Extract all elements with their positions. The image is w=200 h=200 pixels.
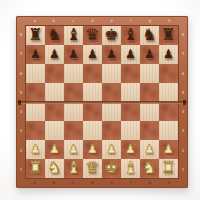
square-h7[interactable]: ♟: [159, 45, 178, 64]
square-e7[interactable]: ♟: [102, 45, 121, 64]
square-b8[interactable]: ♞: [45, 26, 64, 45]
piece-black-knight[interactable]: ♞: [142, 27, 156, 43]
square-h4[interactable]: [159, 102, 178, 121]
piece-white-pawn[interactable]: ♟: [144, 143, 155, 155]
square-h5[interactable]: [159, 83, 178, 102]
square-a1[interactable]: ♜: [26, 159, 45, 178]
coord-label: c: [64, 179, 83, 187]
square-f3[interactable]: [121, 121, 140, 140]
square-f4[interactable]: [121, 102, 140, 121]
square-a6[interactable]: [26, 64, 45, 83]
square-b7[interactable]: ♟: [45, 45, 64, 64]
piece-white-pawn[interactable]: ♟: [49, 143, 60, 155]
square-h1[interactable]: ♜: [159, 159, 178, 178]
square-a7[interactable]: ♟: [26, 45, 45, 64]
hinge-icon: [18, 100, 21, 105]
square-d6[interactable]: [83, 64, 102, 83]
piece-white-bishop[interactable]: ♝: [66, 160, 80, 176]
piece-white-pawn[interactable]: ♟: [106, 143, 117, 155]
piece-black-pawn[interactable]: ♟: [87, 48, 98, 60]
chess-board: abcdefgh abcdefgh 87654321 87654321 ♜♞♝♛…: [16, 16, 188, 188]
square-g8[interactable]: ♞: [140, 26, 159, 45]
coord-label: a: [25, 179, 44, 187]
square-h3[interactable]: [159, 121, 178, 140]
square-c8[interactable]: ♝: [64, 26, 83, 45]
square-e4[interactable]: [102, 102, 121, 121]
coord-label: 1: [179, 160, 187, 179]
square-f1[interactable]: ♝: [121, 159, 140, 178]
square-e5[interactable]: [102, 83, 121, 102]
piece-white-rook[interactable]: ♜: [161, 160, 175, 176]
square-c7[interactable]: ♟: [64, 45, 83, 64]
coord-label: f: [121, 179, 140, 187]
square-c5[interactable]: [64, 83, 83, 102]
square-c6[interactable]: [64, 64, 83, 83]
square-g2[interactable]: ♟: [140, 140, 159, 159]
piece-black-knight[interactable]: ♞: [47, 27, 61, 43]
piece-black-pawn[interactable]: ♟: [144, 48, 155, 60]
square-h8[interactable]: ♜: [159, 26, 178, 45]
square-h2[interactable]: ♟: [159, 140, 178, 159]
piece-white-pawn[interactable]: ♟: [68, 143, 79, 155]
piece-white-pawn[interactable]: ♟: [125, 143, 136, 155]
piece-white-king[interactable]: ♚: [104, 160, 118, 176]
square-a5[interactable]: [26, 83, 45, 102]
square-b5[interactable]: [45, 83, 64, 102]
piece-black-pawn[interactable]: ♟: [30, 48, 41, 60]
square-c3[interactable]: [64, 121, 83, 140]
coord-label: 2: [17, 141, 25, 160]
piece-black-king[interactable]: ♚: [104, 27, 118, 43]
piece-black-pawn[interactable]: ♟: [163, 48, 174, 60]
coord-label: 8: [179, 25, 187, 44]
square-d3[interactable]: [83, 121, 102, 140]
piece-white-knight[interactable]: ♞: [142, 160, 156, 176]
coord-label: 8: [17, 25, 25, 44]
square-f7[interactable]: ♟: [121, 45, 140, 64]
square-e6[interactable]: [102, 64, 121, 83]
square-g7[interactable]: ♟: [140, 45, 159, 64]
piece-black-bishop[interactable]: ♝: [66, 27, 80, 43]
square-c1[interactable]: ♝: [64, 159, 83, 178]
square-a2[interactable]: ♟: [26, 140, 45, 159]
square-a8[interactable]: ♜: [26, 26, 45, 45]
coord-label: e: [102, 179, 121, 187]
coord-label: 6: [179, 64, 187, 83]
square-d1[interactable]: ♛: [83, 159, 102, 178]
piece-black-pawn[interactable]: ♟: [68, 48, 79, 60]
hinge-icon: [183, 100, 186, 105]
square-g3[interactable]: [140, 121, 159, 140]
coord-label: 3: [179, 121, 187, 140]
coord-label: 2: [179, 141, 187, 160]
fold-seam: [17, 101, 187, 104]
square-a3[interactable]: [26, 121, 45, 140]
piece-white-bishop[interactable]: ♝: [123, 160, 137, 176]
square-g4[interactable]: [140, 102, 159, 121]
square-f5[interactable]: [121, 83, 140, 102]
piece-white-pawn[interactable]: ♟: [163, 143, 174, 155]
square-d5[interactable]: [83, 83, 102, 102]
square-e2[interactable]: ♟: [102, 140, 121, 159]
coord-label: h: [160, 179, 179, 187]
square-d2[interactable]: ♟: [83, 140, 102, 159]
square-d4[interactable]: [83, 102, 102, 121]
piece-black-pawn[interactable]: ♟: [106, 48, 117, 60]
coord-label: 7: [179, 44, 187, 63]
square-e3[interactable]: [102, 121, 121, 140]
square-g6[interactable]: [140, 64, 159, 83]
square-f2[interactable]: ♟: [121, 140, 140, 159]
piece-black-pawn[interactable]: ♟: [125, 48, 136, 60]
square-g5[interactable]: [140, 83, 159, 102]
file-labels-bottom: abcdefgh: [25, 179, 179, 187]
piece-black-bishop[interactable]: ♝: [123, 27, 137, 43]
piece-white-rook[interactable]: ♜: [28, 160, 42, 176]
square-h6[interactable]: [159, 64, 178, 83]
photo-background: abcdefgh abcdefgh 87654321 87654321 ♜♞♝♛…: [0, 0, 200, 200]
piece-white-pawn[interactable]: ♟: [30, 143, 41, 155]
square-f8[interactable]: ♝: [121, 26, 140, 45]
piece-black-pawn[interactable]: ♟: [49, 48, 60, 60]
coord-label: 3: [17, 121, 25, 140]
square-b2[interactable]: ♟: [45, 140, 64, 159]
square-b3[interactable]: [45, 121, 64, 140]
piece-white-knight[interactable]: ♞: [47, 160, 61, 176]
coord-label: g: [141, 179, 160, 187]
coord-label: 7: [17, 44, 25, 63]
square-c4[interactable]: [64, 102, 83, 121]
square-g1[interactable]: ♞: [140, 159, 159, 178]
coord-label: 1: [17, 160, 25, 179]
square-b1[interactable]: ♞: [45, 159, 64, 178]
piece-white-queen[interactable]: ♛: [85, 160, 99, 176]
coord-label: b: [44, 179, 63, 187]
piece-white-pawn[interactable]: ♟: [87, 143, 98, 155]
square-e1[interactable]: ♚: [102, 159, 121, 178]
piece-black-queen[interactable]: ♛: [85, 27, 99, 43]
square-a4[interactable]: [26, 102, 45, 121]
square-e8[interactable]: ♚: [102, 26, 121, 45]
square-d7[interactable]: ♟: [83, 45, 102, 64]
coord-label: d: [83, 179, 102, 187]
square-b4[interactable]: [45, 102, 64, 121]
square-b6[interactable]: [45, 64, 64, 83]
square-f6[interactable]: [121, 64, 140, 83]
coord-label: 6: [17, 64, 25, 83]
square-d8[interactable]: ♛: [83, 26, 102, 45]
piece-black-rook[interactable]: ♜: [161, 27, 175, 43]
piece-black-rook[interactable]: ♜: [28, 27, 42, 43]
square-c2[interactable]: ♟: [64, 140, 83, 159]
